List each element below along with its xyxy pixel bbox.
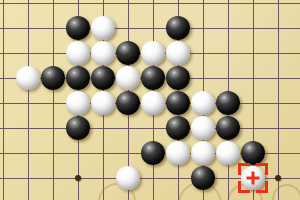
black-stone: ●: [116, 91, 140, 115]
white-stone: ○: [66, 91, 90, 115]
black-stone: ●: [91, 66, 115, 90]
white-stone: ○: [216, 141, 240, 165]
black-stone: ●: [216, 91, 240, 115]
white-stone: ○: [116, 166, 140, 190]
black-stone: ●: [66, 116, 90, 140]
black-stone: ●: [41, 66, 65, 90]
white-stone: ○: [141, 41, 165, 65]
white-stone: ○: [91, 91, 115, 115]
white-stone: ○: [191, 141, 215, 165]
white-stone: ○: [91, 16, 115, 40]
white-stone: ○: [16, 66, 40, 90]
white-stone: ○: [166, 141, 190, 165]
black-stone: ●: [166, 91, 190, 115]
gomoku-board[interactable]: ●○●○○●○○○●●●○●●○○●○●○●●●○●●○○○●○●○: [0, 0, 300, 200]
white-stone: ○: [66, 41, 90, 65]
white-stone: ○: [166, 41, 190, 65]
black-stone: ●: [116, 41, 140, 65]
black-stone: ●: [191, 166, 215, 190]
star-point: [75, 175, 81, 181]
white-stone: ○: [91, 41, 115, 65]
white-stone: ○: [116, 66, 140, 90]
board-texture-ring: [272, 184, 300, 200]
black-stone: ●: [166, 66, 190, 90]
white-stone: ○: [191, 116, 215, 140]
black-stone: ●: [66, 66, 90, 90]
white-stone: ○: [191, 91, 215, 115]
black-stone: ●: [141, 66, 165, 90]
black-stone: ●: [241, 141, 265, 165]
white-stone: ○: [241, 166, 265, 190]
white-stone: ○: [141, 91, 165, 115]
star-point: [275, 175, 281, 181]
black-stone: ●: [66, 16, 90, 40]
black-stone: ●: [166, 16, 190, 40]
black-stone: ●: [216, 116, 240, 140]
black-stone: ●: [141, 141, 165, 165]
black-stone: ●: [166, 116, 190, 140]
